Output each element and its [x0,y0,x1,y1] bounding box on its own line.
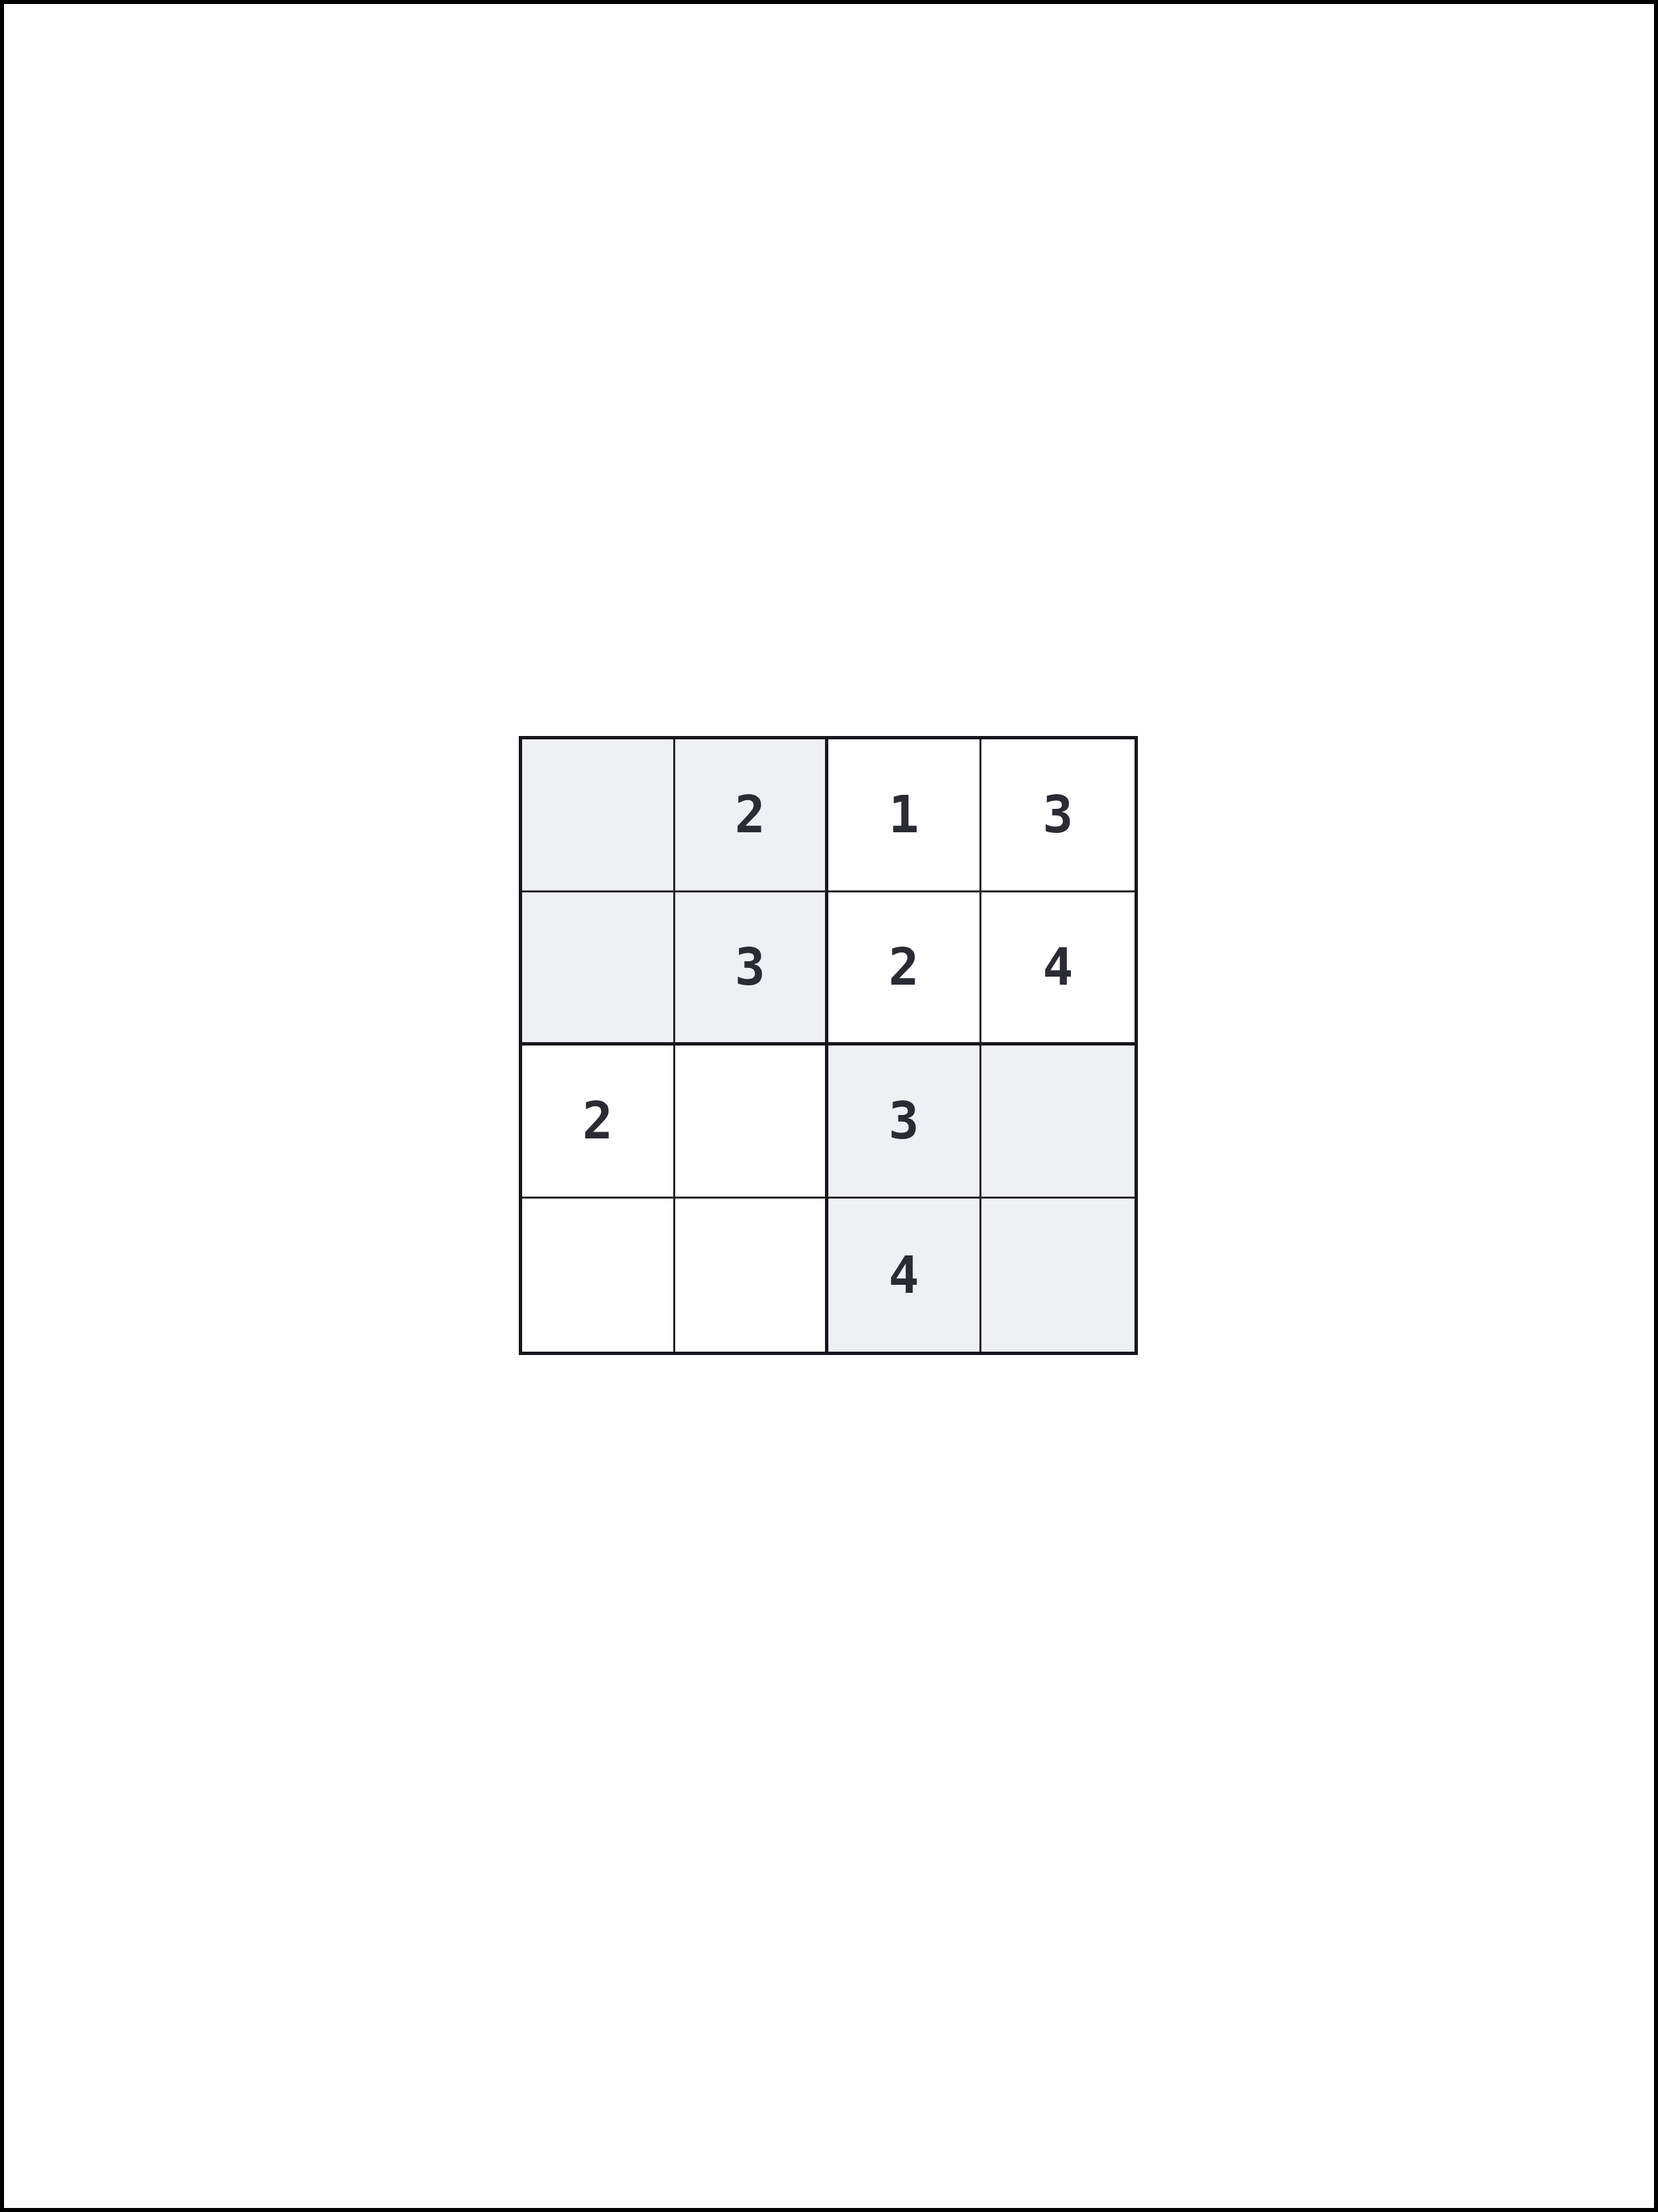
cell-r2c2-given: 3 [675,892,828,1046]
cell-r3c2-empty[interactable] [675,1046,828,1199]
cell-r2c3-given: 2 [828,892,981,1046]
sudoku-board: 213324234 [519,736,1138,1355]
cell-r1c2-given: 2 [675,739,828,892]
cell-r1c3-given: 1 [828,739,981,892]
cell-r4c2-empty[interactable] [675,1199,828,1352]
cell-r2c4-given: 4 [981,892,1135,1046]
cell-r4c1-empty[interactable] [522,1199,675,1352]
cell-r2c1-empty[interactable] [522,892,675,1046]
cell-r3c4-empty[interactable] [981,1046,1135,1199]
cell-r3c1-given: 2 [522,1046,675,1199]
cell-r3c3-given: 3 [828,1046,981,1199]
cell-r4c4-empty[interactable] [981,1199,1135,1352]
cell-r1c1-empty[interactable] [522,739,675,892]
worksheet-page: 213324234 [0,0,1658,2212]
cell-r1c4-given: 3 [981,739,1135,892]
cell-r4c3-given: 4 [828,1199,981,1352]
